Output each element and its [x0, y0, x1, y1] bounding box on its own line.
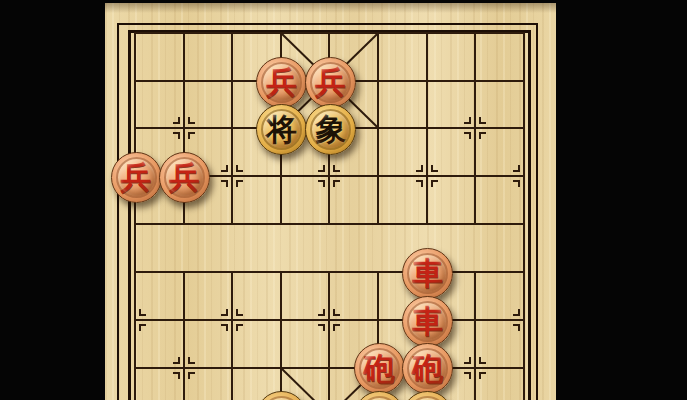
piece-glyph: 砲 — [412, 353, 443, 384]
piece-black-general[interactable]: 将 — [256, 104, 307, 155]
piece-red-soldier-1[interactable]: 兵 — [256, 57, 307, 108]
piece-black-elephant[interactable]: 象 — [305, 104, 356, 155]
piece-glyph: 砲 — [364, 353, 395, 384]
piece-red-soldier-2[interactable]: 兵 — [305, 57, 356, 108]
piece-glyph: 象 — [315, 114, 346, 145]
piece-glyph: 兵 — [315, 67, 346, 98]
piece-glyph: 兵 — [121, 162, 152, 193]
xiangqi-board: 兵兵将象兵兵車車砲砲 — [105, 3, 556, 400]
piece-red-cannon-2[interactable]: 砲 — [402, 343, 453, 394]
piece-glyph: 兵 — [169, 162, 200, 193]
piece-partial-piece-2[interactable] — [354, 391, 405, 400]
piece-red-soldier-3[interactable]: 兵 — [111, 152, 162, 203]
piece-red-chariot-2[interactable]: 車 — [402, 296, 453, 347]
piece-red-chariot-1[interactable]: 車 — [402, 248, 453, 299]
piece-layer: 兵兵将象兵兵車車砲砲 — [105, 3, 556, 400]
piece-glyph: 兵 — [266, 67, 297, 98]
piece-red-cannon-1[interactable]: 砲 — [354, 343, 405, 394]
piece-red-soldier-4[interactable]: 兵 — [159, 152, 210, 203]
piece-partial-piece-1[interactable] — [256, 391, 307, 400]
piece-glyph: 車 — [412, 306, 443, 337]
piece-glyph: 車 — [412, 258, 443, 289]
piece-partial-piece-3[interactable] — [402, 391, 453, 400]
screenshot-root: 兵兵将象兵兵車車砲砲 — [0, 0, 687, 400]
piece-glyph: 将 — [266, 114, 297, 145]
